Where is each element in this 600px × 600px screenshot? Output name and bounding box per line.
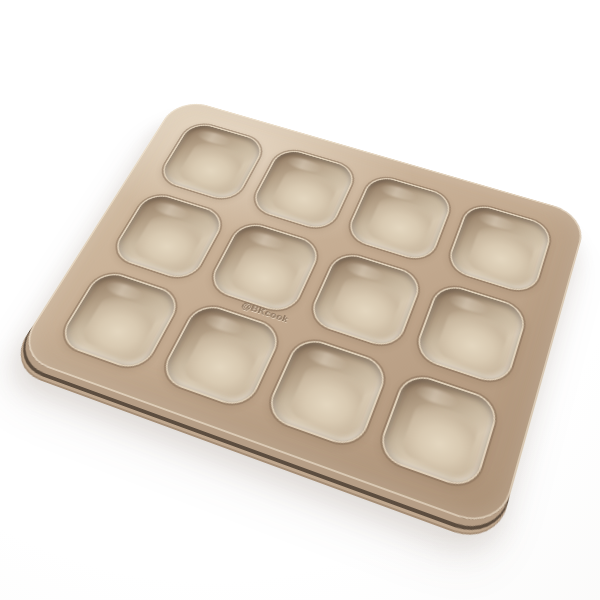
cavity-cell bbox=[158, 121, 265, 201]
cavity-cell bbox=[308, 251, 422, 349]
photo-background: @BKcook bbox=[0, 0, 600, 600]
cavity-cell bbox=[414, 283, 528, 386]
cavity-cell bbox=[346, 174, 453, 261]
cavity-cell bbox=[159, 303, 282, 409]
cavity-cell bbox=[446, 203, 552, 294]
cavity-cell bbox=[207, 221, 322, 315]
cavity-cell bbox=[265, 337, 388, 448]
cavity-cell bbox=[250, 147, 357, 231]
cavity-cell bbox=[111, 192, 226, 282]
cavity-cell bbox=[58, 270, 181, 371]
pan-face: @BKcook bbox=[14, 97, 588, 532]
cavity-grid bbox=[14, 97, 588, 532]
baking-pan: @BKcook bbox=[14, 97, 588, 532]
cavity-cell bbox=[377, 373, 499, 490]
